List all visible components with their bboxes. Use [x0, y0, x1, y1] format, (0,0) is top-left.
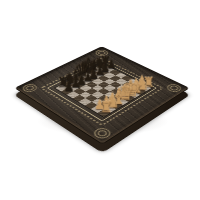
piece-white-rook-a1: ♜	[82, 100, 130, 115]
corner-rosette-ornament	[91, 126, 114, 140]
chess-board: ♜♞♝♛♚♝♞♜♟♟♟♟♟♟♟♟♟♟♟♟♟♟♟♟♜♞♝♛♚♝♞♜	[14, 46, 189, 144]
product-photo: ♜♞♝♛♚♝♞♜♟♟♟♟♟♟♟♟♟♟♟♟♟♟♟♟♜♞♝♛♚♝♞♜	[0, 0, 200, 200]
piece-black-pawn-a7: ♟	[47, 80, 92, 92]
corner-rosette-ornament	[20, 83, 40, 94]
chess-grid: ♜♞♝♛♚♝♞♜♟♟♟♟♟♟♟♟♟♟♟♟♟♟♟♟♜♞♝♛♚♝♞♜	[55, 64, 151, 117]
board-surface: ♜♞♝♛♚♝♞♜♟♟♟♟♟♟♟♟♟♟♟♟♟♟♟♟♜♞♝♛♚♝♞♜	[14, 46, 189, 144]
chessboard-scene: ♜♞♝♛♚♝♞♜♟♟♟♟♟♟♟♟♟♟♟♟♟♟♟♟♜♞♝♛♚♝♞♜	[0, 0, 200, 200]
